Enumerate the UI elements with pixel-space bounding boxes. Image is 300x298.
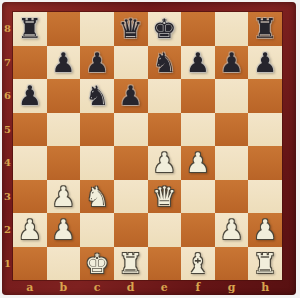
- square-d7[interactable]: [114, 46, 148, 80]
- piece-black-pawn-g7[interactable]: ♟: [219, 46, 243, 79]
- square-h2[interactable]: ♟: [248, 213, 282, 247]
- chess-board[interactable]: ♜♛♚♜♟♟♞♟♟♟♟♞♟♟♟♟♞♛♟♟♟♟♚♜♝♜: [13, 12, 282, 280]
- square-b3[interactable]: ♟: [47, 180, 81, 214]
- piece-white-pawn-f4[interactable]: ♟: [186, 146, 210, 179]
- piece-black-pawn-c7[interactable]: ♟: [85, 46, 109, 79]
- square-g2[interactable]: ♟: [215, 213, 249, 247]
- file-labels: abcdefgh: [13, 280, 282, 295]
- rank-label-6: 6: [2, 79, 13, 113]
- square-e3[interactable]: ♛: [148, 180, 182, 214]
- piece-white-pawn-e4[interactable]: ♟: [152, 146, 176, 179]
- square-a4[interactable]: [13, 146, 47, 180]
- square-a6[interactable]: ♟: [13, 79, 47, 113]
- square-c1[interactable]: ♚: [80, 247, 114, 281]
- square-f2[interactable]: [181, 213, 215, 247]
- square-a3[interactable]: [13, 180, 47, 214]
- square-h4[interactable]: [248, 146, 282, 180]
- file-label-c: c: [80, 280, 114, 295]
- rank-labels: 87654321: [2, 12, 13, 280]
- rank-label-5: 5: [2, 113, 13, 147]
- square-g5[interactable]: [215, 113, 249, 147]
- square-f3[interactable]: [181, 180, 215, 214]
- square-b6[interactable]: [47, 79, 81, 113]
- square-g6[interactable]: [215, 79, 249, 113]
- square-g3[interactable]: [215, 180, 249, 214]
- square-f4[interactable]: ♟: [181, 146, 215, 180]
- square-b8[interactable]: [47, 12, 81, 46]
- square-f8[interactable]: [181, 12, 215, 46]
- square-h7[interactable]: ♟: [248, 46, 282, 80]
- square-d8[interactable]: ♛: [114, 12, 148, 46]
- piece-black-knight-c6[interactable]: ♞: [85, 79, 109, 112]
- square-a2[interactable]: ♟: [13, 213, 47, 247]
- piece-black-king-e8[interactable]: ♚: [152, 12, 176, 45]
- piece-white-pawn-g2[interactable]: ♟: [219, 213, 243, 246]
- square-h1[interactable]: ♜: [248, 247, 282, 281]
- rank-label-8: 8: [2, 12, 13, 46]
- square-c7[interactable]: ♟: [80, 46, 114, 80]
- square-g8[interactable]: [215, 12, 249, 46]
- piece-white-king-c1[interactable]: ♚: [85, 247, 109, 280]
- square-d5[interactable]: [114, 113, 148, 147]
- square-e4[interactable]: ♟: [148, 146, 182, 180]
- square-e6[interactable]: [148, 79, 182, 113]
- square-b2[interactable]: ♟: [47, 213, 81, 247]
- piece-black-pawn-b7[interactable]: ♟: [51, 46, 75, 79]
- square-f6[interactable]: [181, 79, 215, 113]
- square-g7[interactable]: ♟: [215, 46, 249, 80]
- square-d3[interactable]: [114, 180, 148, 214]
- file-label-b: b: [47, 280, 81, 295]
- rank-label-1: 1: [2, 247, 13, 281]
- rank-label-4: 4: [2, 146, 13, 180]
- square-e5[interactable]: [148, 113, 182, 147]
- square-e8[interactable]: ♚: [148, 12, 182, 46]
- square-c5[interactable]: [80, 113, 114, 147]
- piece-black-knight-e7[interactable]: ♞: [152, 46, 176, 79]
- square-h8[interactable]: ♜: [248, 12, 282, 46]
- file-label-d: d: [114, 280, 148, 295]
- square-b4[interactable]: [47, 146, 81, 180]
- square-f5[interactable]: [181, 113, 215, 147]
- piece-white-bishop-f1[interactable]: ♝: [186, 247, 210, 280]
- square-d6[interactable]: ♟: [114, 79, 148, 113]
- square-d1[interactable]: ♜: [114, 247, 148, 281]
- rank-label-3: 3: [2, 180, 13, 214]
- square-b7[interactable]: ♟: [47, 46, 81, 80]
- piece-white-pawn-b3[interactable]: ♟: [51, 180, 75, 213]
- square-a8[interactable]: ♜: [13, 12, 47, 46]
- square-f7[interactable]: ♟: [181, 46, 215, 80]
- square-a1[interactable]: [13, 247, 47, 281]
- rank-label-2: 2: [2, 213, 13, 247]
- square-g1[interactable]: [215, 247, 249, 281]
- piece-white-queen-e3[interactable]: ♛: [152, 180, 176, 213]
- file-label-g: g: [215, 280, 249, 295]
- square-c3[interactable]: ♞: [80, 180, 114, 214]
- piece-black-pawn-a6[interactable]: ♟: [18, 79, 42, 112]
- square-b1[interactable]: [47, 247, 81, 281]
- square-d4[interactable]: [114, 146, 148, 180]
- piece-black-queen-d8[interactable]: ♛: [119, 12, 143, 45]
- square-c4[interactable]: [80, 146, 114, 180]
- piece-white-knight-c3[interactable]: ♞: [85, 180, 109, 213]
- piece-white-pawn-b2[interactable]: ♟: [51, 213, 75, 246]
- square-h5[interactable]: [248, 113, 282, 147]
- square-c2[interactable]: [80, 213, 114, 247]
- square-a7[interactable]: [13, 46, 47, 80]
- piece-white-rook-h1[interactable]: ♜: [253, 247, 277, 280]
- file-label-h: h: [248, 280, 282, 295]
- piece-black-pawn-f7[interactable]: ♟: [186, 46, 210, 79]
- piece-black-rook-a8[interactable]: ♜: [18, 12, 42, 45]
- square-g4[interactable]: [215, 146, 249, 180]
- square-c8[interactable]: [80, 12, 114, 46]
- square-f1[interactable]: ♝: [181, 247, 215, 281]
- file-label-f: f: [181, 280, 215, 295]
- piece-black-rook-h8[interactable]: ♜: [253, 12, 277, 45]
- square-e2[interactable]: [148, 213, 182, 247]
- square-e1[interactable]: [148, 247, 182, 281]
- square-h3[interactable]: [248, 180, 282, 214]
- file-label-e: e: [148, 280, 182, 295]
- square-a5[interactable]: [13, 113, 47, 147]
- square-c6[interactable]: ♞: [80, 79, 114, 113]
- piece-white-pawn-a2[interactable]: ♟: [18, 213, 42, 246]
- file-label-a: a: [13, 280, 47, 295]
- piece-white-rook-d1[interactable]: ♜: [119, 247, 143, 280]
- square-b5[interactable]: [47, 113, 81, 147]
- piece-white-pawn-h2[interactable]: ♟: [253, 213, 277, 246]
- rank-label-7: 7: [2, 46, 13, 80]
- square-d2[interactable]: [114, 213, 148, 247]
- piece-black-pawn-h7[interactable]: ♟: [253, 46, 277, 79]
- piece-black-pawn-d6[interactable]: ♟: [119, 79, 143, 112]
- square-h6[interactable]: [248, 79, 282, 113]
- square-e7[interactable]: ♞: [148, 46, 182, 80]
